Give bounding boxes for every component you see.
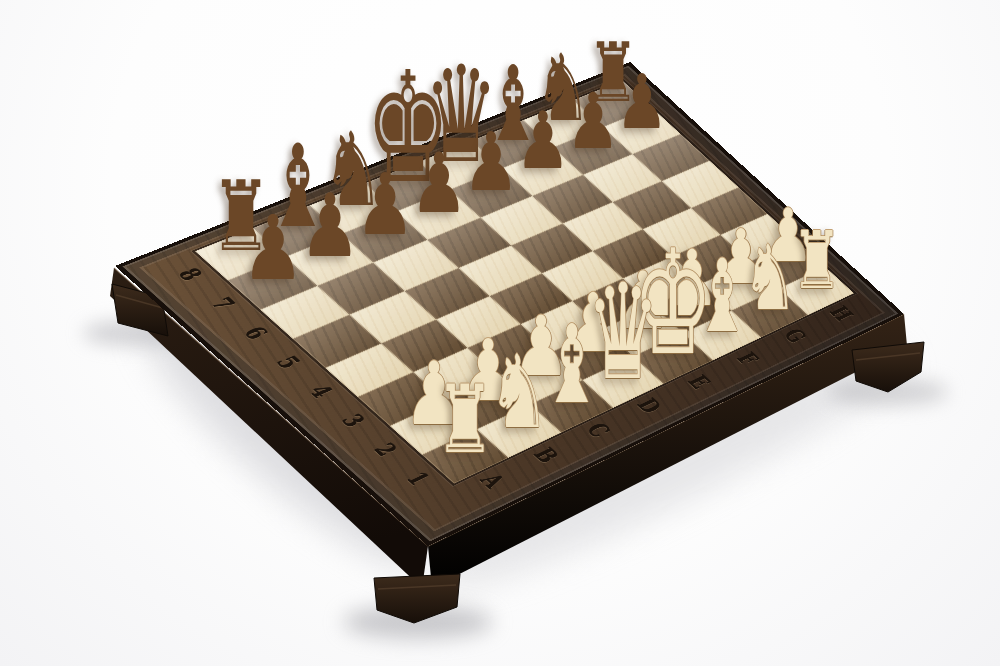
- piece-black-pawn-f7[interactable]: ♟: [515, 102, 570, 181]
- board-foot-front: [374, 574, 460, 623]
- board-foot-right: [852, 342, 924, 392]
- piece-black-pawn-d7[interactable]: ♟: [410, 142, 468, 225]
- piece-white-knight-b1[interactable]: ♞: [488, 342, 550, 443]
- rank-label-1: 1: [400, 468, 436, 489]
- piece-white-rook-h1[interactable]: ♜: [792, 221, 842, 301]
- piece-black-pawn-e7[interactable]: ♟: [463, 122, 520, 203]
- piece-black-pawn-b7[interactable]: ♟: [299, 183, 360, 270]
- photo-background: 87654321ABCDEFGH ♜♝♞♚♛♝♞♜♟♟♟♟♟♟♟♟♟♟♟♟♟♟♟…: [0, 0, 1000, 666]
- rank-label-6: 6: [237, 323, 274, 343]
- piece-black-pawn-g7[interactable]: ♟: [566, 83, 620, 160]
- piece-black-pawn-c7[interactable]: ♟: [355, 162, 415, 247]
- rank-label-5: 5: [270, 352, 307, 372]
- rank-label-3: 3: [335, 411, 371, 431]
- rank-label-8: 8: [171, 265, 209, 285]
- rank-label-7: 7: [204, 294, 241, 314]
- piece-white-rook-a1[interactable]: ♜: [436, 373, 495, 467]
- piece-white-bishop-c1[interactable]: ♝: [541, 311, 603, 419]
- piece-black-pawn-h7[interactable]: ♟: [616, 64, 669, 140]
- rank-label-4: 4: [303, 381, 339, 401]
- piece-black-pawn-a7[interactable]: ♟: [242, 205, 305, 294]
- rank-label-2: 2: [368, 439, 404, 460]
